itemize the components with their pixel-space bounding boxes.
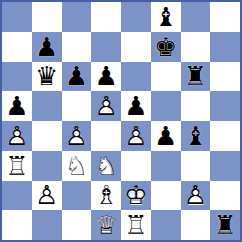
piece-black-king[interactable]: ♚: [151, 32, 181, 62]
square-f6[interactable]: [151, 62, 181, 92]
piece-white-rook[interactable]: ♜♖: [121, 210, 151, 240]
piece-black-rook[interactable]: ♜: [181, 62, 211, 92]
square-e8[interactable]: [121, 2, 151, 32]
square-b4[interactable]: [32, 121, 62, 151]
square-f5[interactable]: [151, 91, 181, 121]
square-h2[interactable]: [210, 181, 240, 211]
piece-white-pawn[interactable]: ♟♙: [121, 121, 151, 151]
square-d7[interactable]: [91, 32, 121, 62]
square-g6[interactable]: ♜: [181, 62, 211, 92]
square-a4[interactable]: ♟♙: [2, 121, 32, 151]
black-bishop-icon: ♝: [151, 2, 181, 32]
square-b1[interactable]: [32, 210, 62, 240]
piece-white-king[interactable]: ♚♔: [121, 181, 151, 211]
black-pawn-icon: ♟: [91, 62, 121, 92]
square-h7[interactable]: [210, 32, 240, 62]
square-f7[interactable]: ♚: [151, 32, 181, 62]
square-g7[interactable]: [181, 32, 211, 62]
square-c2[interactable]: [62, 181, 92, 211]
piece-white-knight[interactable]: ♞♘: [62, 151, 92, 181]
square-h1[interactable]: ♜: [210, 210, 240, 240]
square-e5[interactable]: ♟: [121, 91, 151, 121]
square-c7[interactable]: [62, 32, 92, 62]
black-rook-icon: ♜: [210, 210, 240, 240]
square-d8[interactable]: [91, 2, 121, 32]
black-queen-icon: ♛: [32, 62, 62, 92]
white-pawn-outline-icon: ♙: [181, 181, 211, 211]
square-c5[interactable]: [62, 91, 92, 121]
square-a7[interactable]: [2, 32, 32, 62]
square-e2[interactable]: ♚♔: [121, 181, 151, 211]
square-g2[interactable]: ♟♙: [181, 181, 211, 211]
square-d4[interactable]: [91, 121, 121, 151]
white-knight-outline-icon: ♘: [91, 151, 121, 181]
piece-white-pawn[interactable]: ♟♙: [2, 121, 32, 151]
square-d5[interactable]: ♟♙: [91, 91, 121, 121]
square-f3[interactable]: [151, 151, 181, 181]
black-pawn-icon: ♟: [2, 91, 32, 121]
white-rook-outline-icon: ♖: [2, 151, 32, 181]
square-g1[interactable]: [181, 210, 211, 240]
black-bishop-icon: ♝: [181, 121, 211, 151]
square-a8[interactable]: [2, 2, 32, 32]
square-d1[interactable]: ♛♕: [91, 210, 121, 240]
black-pawn-icon: ♟: [121, 91, 151, 121]
white-rook-outline-icon: ♖: [121, 210, 151, 240]
piece-white-pawn[interactable]: ♟♙: [62, 121, 92, 151]
square-f8[interactable]: ♝: [151, 2, 181, 32]
white-queen-outline-icon: ♕: [91, 210, 121, 240]
square-g8[interactable]: [181, 2, 211, 32]
square-e4[interactable]: ♟♙: [121, 121, 151, 151]
square-h3[interactable]: [210, 151, 240, 181]
white-pawn-outline-icon: ♙: [2, 121, 32, 151]
square-h8[interactable]: [210, 2, 240, 32]
piece-white-pawn[interactable]: ♟♙: [181, 181, 211, 211]
square-b8[interactable]: [32, 2, 62, 32]
square-f1[interactable]: [151, 210, 181, 240]
piece-black-pawn[interactable]: ♟: [62, 62, 92, 92]
square-d3[interactable]: ♞♘: [91, 151, 121, 181]
square-b3[interactable]: [32, 151, 62, 181]
square-b2[interactable]: ♟♙: [32, 181, 62, 211]
square-h4[interactable]: [210, 121, 240, 151]
square-h6[interactable]: [210, 62, 240, 92]
piece-black-pawn[interactable]: ♟: [32, 32, 62, 62]
piece-black-bishop[interactable]: ♝: [181, 121, 211, 151]
white-pawn-outline-icon: ♙: [121, 121, 151, 151]
square-c8[interactable]: [62, 2, 92, 32]
square-b6[interactable]: ♛: [32, 62, 62, 92]
square-g4[interactable]: ♝: [181, 121, 211, 151]
black-pawn-icon: ♟: [151, 121, 181, 151]
piece-black-pawn[interactable]: ♟: [121, 91, 151, 121]
piece-black-rook[interactable]: ♜: [210, 210, 240, 240]
square-d6[interactable]: ♟: [91, 62, 121, 92]
square-e1[interactable]: ♜♖: [121, 210, 151, 240]
square-a1[interactable]: [2, 210, 32, 240]
square-f2[interactable]: [151, 181, 181, 211]
piece-white-pawn[interactable]: ♟♙: [91, 91, 121, 121]
piece-white-rook[interactable]: ♜♖: [2, 151, 32, 181]
square-g5[interactable]: [181, 91, 211, 121]
piece-white-pawn[interactable]: ♟♙: [32, 181, 62, 211]
square-c6[interactable]: ♟: [62, 62, 92, 92]
square-h5[interactable]: [210, 91, 240, 121]
white-king-outline-icon: ♔: [121, 181, 151, 211]
square-d2[interactable]: ♝♗: [91, 181, 121, 211]
piece-black-pawn[interactable]: ♟: [2, 91, 32, 121]
white-pawn-outline-icon: ♙: [62, 121, 92, 151]
black-rook-icon: ♜: [181, 62, 211, 92]
square-a6[interactable]: [2, 62, 32, 92]
piece-black-pawn[interactable]: ♟: [151, 121, 181, 151]
piece-white-bishop[interactable]: ♝♗: [91, 181, 121, 211]
square-a5[interactable]: ♟: [2, 91, 32, 121]
piece-white-queen[interactable]: ♛♕: [91, 210, 121, 240]
square-c3[interactable]: ♞♘: [62, 151, 92, 181]
square-a2[interactable]: [2, 181, 32, 211]
piece-white-knight[interactable]: ♞♘: [91, 151, 121, 181]
square-c4[interactable]: ♟♙: [62, 121, 92, 151]
chess-board: ♝♟♚♛♟♟♜♟♟♙♟♟♙♟♙♟♙♟♝♜♖♞♘♞♘♟♙♝♗♚♔♟♙♛♕♜♖♜: [0, 0, 242, 242]
square-e3[interactable]: [121, 151, 151, 181]
black-pawn-icon: ♟: [62, 62, 92, 92]
piece-black-bishop[interactable]: ♝: [151, 2, 181, 32]
square-c1[interactable]: [62, 210, 92, 240]
white-knight-outline-icon: ♘: [62, 151, 92, 181]
piece-black-queen[interactable]: ♛: [32, 62, 62, 92]
square-g3[interactable]: [181, 151, 211, 181]
square-a3[interactable]: ♜♖: [2, 151, 32, 181]
white-pawn-outline-icon: ♙: [91, 91, 121, 121]
piece-black-pawn[interactable]: ♟: [91, 62, 121, 92]
square-e6[interactable]: [121, 62, 151, 92]
square-e7[interactable]: [121, 32, 151, 62]
black-king-icon: ♚: [151, 32, 181, 62]
square-f4[interactable]: ♟: [151, 121, 181, 151]
black-pawn-icon: ♟: [32, 32, 62, 62]
square-b5[interactable]: [32, 91, 62, 121]
white-pawn-outline-icon: ♙: [32, 181, 62, 211]
white-bishop-outline-icon: ♗: [91, 181, 121, 211]
square-b7[interactable]: ♟: [32, 32, 62, 62]
